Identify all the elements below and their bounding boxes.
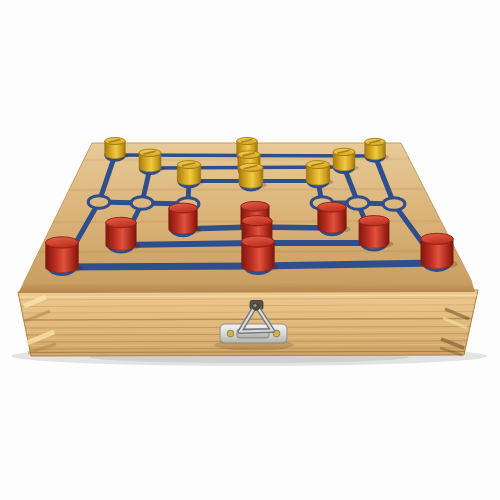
piece-red-b2[interactable]	[105, 217, 140, 250]
piece-yellow-f6[interactable]	[333, 148, 359, 171]
piece-red-e3[interactable]	[317, 202, 350, 233]
point-a4[interactable]	[88, 196, 110, 209]
piece-yellow-d5[interactable]	[239, 163, 267, 188]
piece-red-a1[interactable]	[45, 237, 83, 273]
piece-top	[241, 201, 269, 211]
point-g4[interactable]	[383, 198, 405, 211]
piece-top	[421, 233, 453, 244]
piece-yellow-c5[interactable]	[177, 161, 204, 186]
piece-red-c3[interactable]	[168, 203, 201, 234]
piece-top	[46, 237, 79, 248]
piece-top	[242, 236, 275, 247]
piece-top	[359, 216, 389, 226]
clasp-screw-left	[227, 330, 234, 337]
piece-red-f2[interactable]	[359, 216, 394, 249]
piece-yellow-g7[interactable]	[365, 138, 389, 160]
piece-top	[318, 202, 347, 212]
piece-yellow-b6[interactable]	[139, 149, 165, 172]
piece-top	[242, 216, 272, 226]
piece-top	[169, 203, 198, 213]
point-f4[interactable]	[347, 197, 369, 210]
piece-yellow-a7[interactable]	[105, 138, 129, 160]
piece-yellow-e5[interactable]	[306, 161, 333, 186]
piece-red-d1[interactable]	[241, 236, 279, 272]
piece-top	[106, 217, 136, 227]
point-b4[interactable]	[131, 197, 153, 210]
piece-red-g1[interactable]	[420, 233, 458, 269]
clasp-hinge-knob-highlight	[253, 304, 256, 307]
photo-stage	[0, 0, 500, 500]
morris-box-photo	[0, 0, 500, 500]
